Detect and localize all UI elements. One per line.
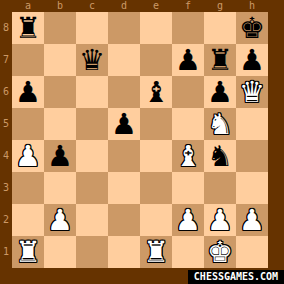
square-g2[interactable]: ♟ (204, 204, 236, 236)
piece-white-bishop[interactable]: ♝ (175, 140, 201, 172)
piece-black-pawn[interactable]: ♟ (15, 76, 41, 108)
square-d1[interactable] (108, 236, 140, 268)
piece-black-king[interactable]: ♚ (239, 12, 265, 44)
square-a8[interactable]: ♜ (12, 12, 44, 44)
file-label-b: b (44, 0, 76, 12)
piece-black-rook[interactable]: ♜ (207, 44, 233, 76)
square-d2[interactable] (108, 204, 140, 236)
piece-white-pawn[interactable]: ♟ (15, 140, 41, 172)
square-b7[interactable] (44, 44, 76, 76)
square-e6[interactable]: ♝ (140, 76, 172, 108)
square-g4[interactable]: ♞ (204, 140, 236, 172)
square-e3[interactable] (140, 172, 172, 204)
square-c8[interactable] (76, 12, 108, 44)
square-a3[interactable] (12, 172, 44, 204)
square-d4[interactable] (108, 140, 140, 172)
square-c4[interactable] (76, 140, 108, 172)
rank-label-7: 7 (0, 44, 12, 76)
file-label-f: f (172, 0, 204, 12)
square-a6[interactable]: ♟ (12, 76, 44, 108)
piece-white-queen[interactable]: ♛ (239, 76, 265, 108)
square-c6[interactable] (76, 76, 108, 108)
file-label-e: e (140, 0, 172, 12)
rank-labels: 87654321 (0, 12, 12, 268)
rank-label-3: 3 (0, 172, 12, 204)
square-f2[interactable]: ♟ (172, 204, 204, 236)
square-f1[interactable] (172, 236, 204, 268)
square-g6[interactable]: ♟ (204, 76, 236, 108)
square-g5[interactable]: ♞ (204, 108, 236, 140)
rank-label-6: 6 (0, 76, 12, 108)
square-g1[interactable]: ♚ (204, 236, 236, 268)
file-labels: abcdefgh (12, 0, 268, 12)
square-a4[interactable]: ♟ (12, 140, 44, 172)
piece-black-pawn[interactable]: ♟ (175, 44, 201, 76)
square-g7[interactable]: ♜ (204, 44, 236, 76)
square-b8[interactable] (44, 12, 76, 44)
square-e7[interactable] (140, 44, 172, 76)
square-a1[interactable]: ♜ (12, 236, 44, 268)
square-f5[interactable] (172, 108, 204, 140)
square-b5[interactable] (44, 108, 76, 140)
square-b4[interactable]: ♟ (44, 140, 76, 172)
square-h7[interactable]: ♟ (236, 44, 268, 76)
square-a7[interactable] (12, 44, 44, 76)
square-c7[interactable]: ♛ (76, 44, 108, 76)
piece-white-rook[interactable]: ♜ (15, 236, 41, 268)
rank-label-2: 2 (0, 204, 12, 236)
piece-white-king[interactable]: ♚ (207, 236, 233, 268)
square-d5[interactable]: ♟ (108, 108, 140, 140)
rank-label-5: 5 (0, 108, 12, 140)
file-label-a: a (12, 0, 44, 12)
piece-white-pawn[interactable]: ♟ (47, 204, 73, 236)
square-h4[interactable] (236, 140, 268, 172)
square-f4[interactable]: ♝ (172, 140, 204, 172)
piece-black-rook[interactable]: ♜ (15, 12, 41, 44)
square-b3[interactable] (44, 172, 76, 204)
square-f7[interactable]: ♟ (172, 44, 204, 76)
piece-black-pawn[interactable]: ♟ (47, 140, 73, 172)
square-e5[interactable] (140, 108, 172, 140)
square-h8[interactable]: ♚ (236, 12, 268, 44)
square-h6[interactable]: ♛ (236, 76, 268, 108)
piece-black-pawn[interactable]: ♟ (207, 76, 233, 108)
rank-label-8: 8 (0, 12, 12, 44)
rank-label-4: 4 (0, 140, 12, 172)
square-e4[interactable] (140, 140, 172, 172)
square-c1[interactable] (76, 236, 108, 268)
piece-white-rook[interactable]: ♜ (143, 236, 169, 268)
square-h2[interactable]: ♟ (236, 204, 268, 236)
file-label-d: d (108, 0, 140, 12)
piece-white-pawn[interactable]: ♟ (239, 204, 265, 236)
square-b1[interactable] (44, 236, 76, 268)
rank-label-1: 1 (0, 236, 12, 268)
chess-board: ♜♚♛♟♜♟♟♝♟♛♟♞♟♟♝♞♟♟♟♟♜♜♚ (12, 12, 268, 268)
square-c2[interactable] (76, 204, 108, 236)
piece-black-pawn[interactable]: ♟ (111, 108, 137, 140)
square-d7[interactable] (108, 44, 140, 76)
piece-white-pawn[interactable]: ♟ (207, 204, 233, 236)
square-e1[interactable]: ♜ (140, 236, 172, 268)
piece-black-queen[interactable]: ♛ (79, 44, 105, 76)
square-d3[interactable] (108, 172, 140, 204)
piece-black-knight[interactable]: ♞ (207, 140, 233, 172)
file-label-g: g (204, 0, 236, 12)
square-f8[interactable] (172, 12, 204, 44)
square-a5[interactable] (12, 108, 44, 140)
square-f6[interactable] (172, 76, 204, 108)
square-c5[interactable] (76, 108, 108, 140)
watermark: CHESSGAMES.COM (188, 270, 284, 284)
square-h3[interactable] (236, 172, 268, 204)
square-e2[interactable] (140, 204, 172, 236)
chess-board-frame: abcdefgh 87654321 ♜♚♛♟♜♟♟♝♟♛♟♞♟♟♝♞♟♟♟♟♜♜… (0, 0, 284, 284)
square-h5[interactable] (236, 108, 268, 140)
square-d8[interactable] (108, 12, 140, 44)
piece-white-knight[interactable]: ♞ (207, 108, 233, 140)
file-label-c: c (76, 0, 108, 12)
square-e8[interactable] (140, 12, 172, 44)
square-g8[interactable] (204, 12, 236, 44)
file-label-h: h (236, 0, 268, 12)
square-b6[interactable] (44, 76, 76, 108)
square-b2[interactable]: ♟ (44, 204, 76, 236)
square-d6[interactable] (108, 76, 140, 108)
square-a2[interactable] (12, 204, 44, 236)
square-h1[interactable] (236, 236, 268, 268)
piece-black-bishop[interactable]: ♝ (143, 76, 169, 108)
square-f3[interactable] (172, 172, 204, 204)
piece-black-pawn[interactable]: ♟ (239, 44, 265, 76)
square-c3[interactable] (76, 172, 108, 204)
piece-white-pawn[interactable]: ♟ (175, 204, 201, 236)
square-g3[interactable] (204, 172, 236, 204)
